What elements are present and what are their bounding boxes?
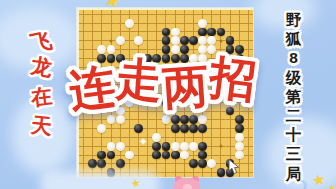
cell-e2[interactable]: [116, 159, 125, 168]
black-stone: [189, 124, 198, 133]
cell-n19[interactable]: [198, 10, 207, 19]
char: 十: [286, 125, 302, 144]
cell-j5[interactable]: [161, 133, 170, 142]
white-stone: [171, 36, 180, 45]
black-stone: [162, 28, 171, 37]
cell-n18[interactable]: [198, 19, 207, 28]
cell-g3[interactable]: [134, 151, 143, 160]
black-stone: [198, 28, 207, 37]
cell-i15[interactable]: [152, 45, 161, 54]
cell-g15[interactable]: [134, 45, 143, 54]
cell-j3[interactable]: [161, 151, 170, 160]
cell-k7[interactable]: [171, 115, 180, 124]
cell-c17[interactable]: [97, 28, 106, 37]
white-stone: [125, 19, 134, 28]
cell-s3[interactable]: [244, 151, 253, 160]
white-stone: [116, 142, 125, 151]
cell-o1[interactable]: [207, 168, 216, 177]
white-stone: [235, 142, 244, 151]
mascot-pig: [170, 176, 208, 189]
cell-f8[interactable]: [125, 107, 134, 116]
white-stone: [198, 115, 207, 124]
cell-r17[interactable]: [235, 28, 244, 37]
cell-e3[interactable]: [116, 151, 125, 160]
cell-j7[interactable]: [161, 115, 170, 124]
white-stone: [107, 45, 116, 54]
cell-q7[interactable]: [226, 115, 235, 124]
cell-b6[interactable]: [88, 124, 97, 133]
white-stone: [107, 115, 116, 124]
cell-c5[interactable]: [97, 133, 106, 142]
cell-n17[interactable]: [198, 28, 207, 37]
white-stone: [198, 45, 207, 54]
black-stone: [189, 115, 198, 124]
cell-g19[interactable]: [134, 10, 143, 19]
cell-e16[interactable]: [116, 36, 125, 45]
cell-k5[interactable]: [171, 133, 180, 142]
cell-f4[interactable]: [125, 142, 134, 151]
cell-p6[interactable]: [216, 124, 225, 133]
black-stone: [198, 159, 207, 168]
cell-n15[interactable]: [198, 45, 207, 54]
cell-i2[interactable]: [152, 159, 161, 168]
black-stone: [235, 115, 244, 124]
cell-q8[interactable]: [226, 107, 235, 116]
cell-c4[interactable]: [97, 142, 106, 151]
cell-r19[interactable]: [235, 10, 244, 19]
cell-m6[interactable]: [189, 124, 198, 133]
white-stone: [134, 36, 143, 45]
black-stone: [162, 142, 171, 151]
cell-e6[interactable]: [116, 124, 125, 133]
cell-n7[interactable]: [198, 115, 207, 124]
cell-e4[interactable]: [116, 142, 125, 151]
cell-b18[interactable]: [88, 19, 97, 28]
cell-r4[interactable]: [235, 142, 244, 151]
cell-h7[interactable]: [143, 115, 152, 124]
cell-m18[interactable]: [189, 19, 198, 28]
cell-p2[interactable]: [216, 159, 225, 168]
black-stone: [226, 36, 235, 45]
cell-f2[interactable]: [125, 159, 134, 168]
black-stone: [226, 107, 235, 116]
cell-b16[interactable]: [88, 36, 97, 45]
cell-b15[interactable]: [88, 45, 97, 54]
cell-e17[interactable]: [116, 28, 125, 37]
black-stone: [189, 159, 198, 168]
left-slogan: 飞龙在天: [28, 31, 54, 138]
white-stone: [198, 36, 207, 45]
cell-f17[interactable]: [125, 28, 134, 37]
cell-o17[interactable]: [207, 28, 216, 37]
cell-b3[interactable]: [88, 151, 97, 160]
cell-o7[interactable]: [207, 115, 216, 124]
cell-n6[interactable]: [198, 124, 207, 133]
cell-q16[interactable]: [226, 36, 235, 45]
black-stone: [152, 151, 161, 160]
cell-s19[interactable]: [244, 10, 253, 19]
cell-l7[interactable]: [180, 115, 189, 124]
star-icon: ★: [130, 177, 142, 189]
black-stone: [198, 142, 207, 151]
white-stone: [180, 151, 189, 160]
cell-n4[interactable]: [198, 142, 207, 151]
star-icon: ★: [311, 171, 327, 188]
cell-a5[interactable]: [79, 133, 88, 142]
cell-o5[interactable]: [207, 133, 216, 142]
black-stone: [97, 159, 106, 168]
cell-m17[interactable]: [189, 28, 198, 37]
cell-c19[interactable]: [97, 10, 106, 19]
cell-s5[interactable]: [244, 133, 253, 142]
cell-i8[interactable]: [152, 107, 161, 116]
cell-i6[interactable]: [152, 124, 161, 133]
white-stone: [152, 133, 161, 142]
cell-j16[interactable]: [161, 36, 170, 45]
cell-i19[interactable]: [152, 10, 161, 19]
cell-a18[interactable]: [79, 19, 88, 28]
cell-p1[interactable]: [216, 168, 225, 177]
cell-a2[interactable]: [79, 159, 88, 168]
black-stone: [198, 151, 207, 160]
cell-f6[interactable]: [125, 124, 134, 133]
char: 龙: [29, 54, 53, 80]
char: 两: [161, 62, 211, 111]
black-stone: [134, 124, 143, 133]
right-caption: 野狐8级第二十三局: [283, 10, 304, 183]
cell-l6[interactable]: [180, 124, 189, 133]
cell-s17[interactable]: [244, 28, 253, 37]
cell-l19[interactable]: [180, 10, 189, 19]
black-stone: [162, 36, 171, 45]
cell-n2[interactable]: [198, 159, 207, 168]
cell-m3[interactable]: [189, 151, 198, 160]
white-stone: [207, 36, 216, 45]
cell-d4[interactable]: [106, 142, 115, 151]
cell-c6[interactable]: [97, 124, 106, 133]
cell-i18[interactable]: [152, 19, 161, 28]
black-stone: [152, 142, 161, 151]
black-stone: [116, 159, 125, 168]
white-stone: [207, 159, 216, 168]
cell-f7[interactable]: [125, 115, 134, 124]
cell-o16[interactable]: [207, 36, 216, 45]
cell-p8[interactable]: [216, 107, 225, 116]
pig-snout: [183, 184, 192, 189]
cell-s16[interactable]: [244, 36, 253, 45]
char: 连: [66, 62, 119, 114]
cell-k4[interactable]: [171, 142, 180, 151]
white-stone: [116, 115, 125, 124]
black-stone: [235, 124, 244, 133]
cell-g17[interactable]: [134, 28, 143, 37]
black-stone: [171, 124, 180, 133]
cell-d15[interactable]: [106, 45, 115, 54]
white-stone: [189, 142, 198, 151]
cell-m15[interactable]: [189, 45, 198, 54]
char: 野: [286, 10, 302, 29]
white-stone: [107, 142, 116, 151]
cell-j15[interactable]: [161, 45, 170, 54]
black-stone: [180, 45, 189, 54]
cell-j2[interactable]: [161, 159, 170, 168]
char: 第: [286, 87, 302, 106]
cell-m5[interactable]: [189, 133, 198, 142]
cell-h2[interactable]: [143, 159, 152, 168]
cell-d17[interactable]: [106, 28, 115, 37]
cell-c2[interactable]: [97, 159, 106, 168]
sparkle-icon: ✦: [139, 137, 147, 147]
cell-k19[interactable]: [171, 10, 180, 19]
cell-a16[interactable]: [79, 36, 88, 45]
cell-n5[interactable]: [198, 133, 207, 142]
cell-o2[interactable]: [207, 159, 216, 168]
cell-e5[interactable]: [116, 133, 125, 142]
cell-k3[interactable]: [171, 151, 180, 160]
black-stone: [180, 124, 189, 133]
white-stone: [162, 115, 171, 124]
cell-c18[interactable]: [97, 19, 106, 28]
cell-h16[interactable]: [143, 36, 152, 45]
cell-l2[interactable]: [180, 159, 189, 168]
cell-h15[interactable]: [143, 45, 152, 54]
cell-j17[interactable]: [161, 28, 170, 37]
cell-f19[interactable]: [125, 10, 134, 19]
cell-h6[interactable]: [143, 124, 152, 133]
cell-f3[interactable]: [125, 151, 134, 160]
cell-i16[interactable]: [152, 36, 161, 45]
cell-p3[interactable]: [216, 151, 225, 160]
cell-g6[interactable]: [134, 124, 143, 133]
cell-h8[interactable]: [143, 107, 152, 116]
cell-b7[interactable]: [88, 115, 97, 124]
cell-g7[interactable]: [134, 115, 143, 124]
cell-l3[interactable]: [180, 151, 189, 160]
cell-m7[interactable]: [189, 115, 198, 124]
cell-m2[interactable]: [189, 159, 198, 168]
cloud-blob: [40, 171, 160, 189]
cell-s8[interactable]: [244, 107, 253, 116]
cell-d7[interactable]: [106, 115, 115, 124]
cell-k15[interactable]: [171, 45, 180, 54]
white-stone: [97, 45, 106, 54]
cell-s4[interactable]: [244, 142, 253, 151]
cell-l15[interactable]: [180, 45, 189, 54]
cell-f18[interactable]: [125, 19, 134, 28]
cell-k16[interactable]: [171, 36, 180, 45]
white-stone: [180, 142, 189, 151]
cell-l16[interactable]: [180, 36, 189, 45]
cell-q4[interactable]: [226, 142, 235, 151]
cell-a15[interactable]: [79, 45, 88, 54]
cell-e18[interactable]: [116, 19, 125, 28]
cell-k2[interactable]: [171, 159, 180, 168]
cell-m19[interactable]: [189, 10, 198, 19]
cell-i17[interactable]: [152, 28, 161, 37]
cell-o3[interactable]: [207, 151, 216, 160]
black-stone: [88, 159, 97, 168]
cell-o6[interactable]: [207, 124, 216, 133]
cell-h3[interactable]: [143, 151, 152, 160]
char: 狐: [286, 29, 302, 48]
cell-i4[interactable]: [152, 142, 161, 151]
char: 在: [29, 85, 53, 110]
cell-s18[interactable]: [244, 19, 253, 28]
white-stone: [171, 142, 180, 151]
black-stone: [171, 115, 180, 124]
black-stone: [162, 151, 171, 160]
char: 招: [207, 53, 259, 104]
cell-k18[interactable]: [171, 19, 180, 28]
cell-s1[interactable]: [244, 168, 253, 177]
cell-c16[interactable]: [97, 36, 106, 45]
cell-r5[interactable]: [235, 133, 244, 142]
cell-a6[interactable]: [79, 124, 88, 133]
cell-r7[interactable]: [235, 115, 244, 124]
mouse-cursor-icon[interactable]: [228, 159, 240, 179]
cell-d5[interactable]: [106, 133, 115, 142]
cell-g18[interactable]: [134, 19, 143, 28]
cell-o4[interactable]: [207, 142, 216, 151]
black-stone: [97, 151, 106, 160]
cell-p4[interactable]: [216, 142, 225, 151]
cell-b4[interactable]: [88, 142, 97, 151]
cell-d16[interactable]: [106, 36, 115, 45]
cell-r6[interactable]: [235, 124, 244, 133]
white-stone: [235, 133, 244, 142]
black-stone: [198, 124, 207, 133]
cell-q6[interactable]: [226, 124, 235, 133]
char: 二: [286, 106, 302, 125]
cell-h19[interactable]: [143, 10, 152, 19]
thumbnail-stage: ✦ 连走两招 飞龙在天 野狐8级第二十三局 ★ ★ ★ ★ ★ ☽: [0, 0, 336, 189]
cell-l4[interactable]: [180, 142, 189, 151]
cell-f16[interactable]: [125, 36, 134, 45]
cell-a19[interactable]: [79, 10, 88, 19]
cell-i7[interactable]: [152, 115, 161, 124]
cell-q19[interactable]: [226, 10, 235, 19]
cell-g8[interactable]: [134, 107, 143, 116]
white-stone: [125, 151, 134, 160]
cell-r16[interactable]: [235, 36, 244, 45]
cell-l17[interactable]: [180, 28, 189, 37]
cell-b17[interactable]: [88, 28, 97, 37]
star-icon: ★: [328, 184, 336, 189]
cell-f5[interactable]: [125, 133, 134, 142]
cell-g16[interactable]: [134, 36, 143, 45]
black-stone: [107, 151, 116, 160]
black-stone: [189, 36, 198, 45]
black-stone: [217, 168, 226, 177]
white-stone: [198, 19, 207, 28]
cell-r8[interactable]: [235, 107, 244, 116]
char: 飞: [28, 29, 53, 56]
cell-a4[interactable]: [79, 142, 88, 151]
cell-h18[interactable]: [143, 19, 152, 28]
cell-j18[interactable]: [161, 19, 170, 28]
cell-c15[interactable]: [97, 45, 106, 54]
cell-k17[interactable]: [171, 28, 180, 37]
cell-q5[interactable]: [226, 133, 235, 142]
cell-m4[interactable]: [189, 142, 198, 151]
cell-p18[interactable]: [216, 19, 225, 28]
black-stone: [180, 36, 189, 45]
cell-c7[interactable]: [97, 115, 106, 124]
cell-d18[interactable]: [106, 19, 115, 28]
black-stone: [217, 28, 226, 37]
black-stone: [162, 45, 171, 54]
cell-p19[interactable]: [216, 10, 225, 19]
cell-p7[interactable]: [216, 115, 225, 124]
cell-b5[interactable]: [88, 133, 97, 142]
cell-p16[interactable]: [216, 36, 225, 45]
cell-d2[interactable]: [106, 159, 115, 168]
cell-s2[interactable]: [244, 159, 253, 168]
cell-h17[interactable]: [143, 28, 152, 37]
cell-q18[interactable]: [226, 19, 235, 28]
cell-p17[interactable]: [216, 28, 225, 37]
cell-j4[interactable]: [161, 142, 170, 151]
cell-l18[interactable]: [180, 19, 189, 28]
cell-b2[interactable]: [88, 159, 97, 168]
cell-s7[interactable]: [244, 115, 253, 124]
cell-a17[interactable]: [79, 28, 88, 37]
cell-n3[interactable]: [198, 151, 207, 160]
cell-e7[interactable]: [116, 115, 125, 124]
char: 级: [286, 68, 302, 87]
cell-m16[interactable]: [189, 36, 198, 45]
cell-b19[interactable]: [88, 10, 97, 19]
cell-d3[interactable]: [106, 151, 115, 160]
char: 天: [29, 114, 52, 139]
cell-k6[interactable]: [171, 124, 180, 133]
char: 8: [289, 48, 298, 67]
main-title: 连走两招: [68, 60, 260, 106]
white-stone: [171, 28, 180, 37]
black-stone: [180, 115, 189, 124]
black-stone: [207, 28, 216, 37]
cell-d6[interactable]: [106, 124, 115, 133]
cell-i5[interactable]: [152, 133, 161, 142]
cell-s15[interactable]: [244, 45, 253, 54]
cell-q17[interactable]: [226, 28, 235, 37]
cell-p5[interactable]: [216, 133, 225, 142]
white-stone: [171, 45, 180, 54]
white-stone: [116, 36, 125, 45]
cell-r18[interactable]: [235, 19, 244, 28]
cell-l5[interactable]: [180, 133, 189, 142]
cell-g2[interactable]: [134, 159, 143, 168]
cell-j6[interactable]: [161, 124, 170, 133]
char: 走: [114, 55, 164, 104]
black-stone: [171, 151, 180, 160]
cell-o19[interactable]: [207, 10, 216, 19]
cell-j19[interactable]: [161, 10, 170, 19]
cell-o18[interactable]: [207, 19, 216, 28]
cell-i3[interactable]: [152, 151, 161, 160]
cell-s6[interactable]: [244, 124, 253, 133]
cell-a3[interactable]: [79, 151, 88, 160]
cell-a7[interactable]: [79, 115, 88, 124]
cell-n16[interactable]: [198, 36, 207, 45]
cell-c3[interactable]: [97, 151, 106, 160]
white-stone: [97, 124, 106, 133]
char: 三: [286, 144, 302, 163]
